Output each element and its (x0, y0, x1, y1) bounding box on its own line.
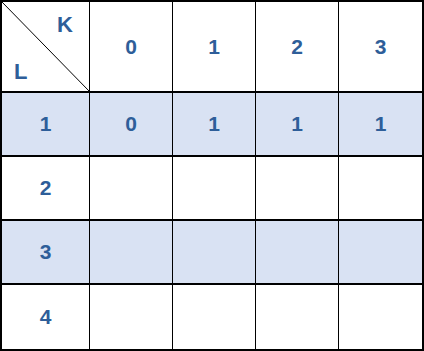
cell-L2-K3 (339, 157, 422, 221)
row-axis-label: L (14, 61, 27, 83)
corner-axis-cell: K L (2, 2, 90, 93)
row-header-4: 4 (2, 285, 90, 349)
cell-L3-K2 (256, 221, 339, 285)
cell-L1-K1: 1 (173, 93, 256, 157)
col-header-1: 1 (173, 2, 256, 93)
cell-L3-K1 (173, 221, 256, 285)
row-header-1: 1 (2, 93, 90, 157)
cell-L1-K2: 1 (256, 93, 339, 157)
cell-L2-K1 (173, 157, 256, 221)
cell-L4-K2 (256, 285, 339, 349)
cell-L2-K2 (256, 157, 339, 221)
col-header-2: 2 (256, 2, 339, 93)
cell-L3-K3 (339, 221, 422, 285)
row-header-3: 3 (2, 221, 90, 285)
col-axis-label: K (57, 14, 73, 36)
cell-L1-K3: 1 (339, 93, 422, 157)
cell-L3-K0 (90, 221, 173, 285)
row-header-2: 2 (2, 157, 90, 221)
cell-L1-K0: 0 (90, 93, 173, 157)
col-header-0: 0 (90, 2, 173, 93)
col-header-3: 3 (339, 2, 422, 93)
cell-L4-K1 (173, 285, 256, 349)
cell-L2-K0 (90, 157, 173, 221)
cell-L4-K3 (339, 285, 422, 349)
cell-L4-K0 (90, 285, 173, 349)
puzzle-grid: K L 0 1 2 3 1 0 1 1 1 2 3 4 (0, 0, 424, 351)
